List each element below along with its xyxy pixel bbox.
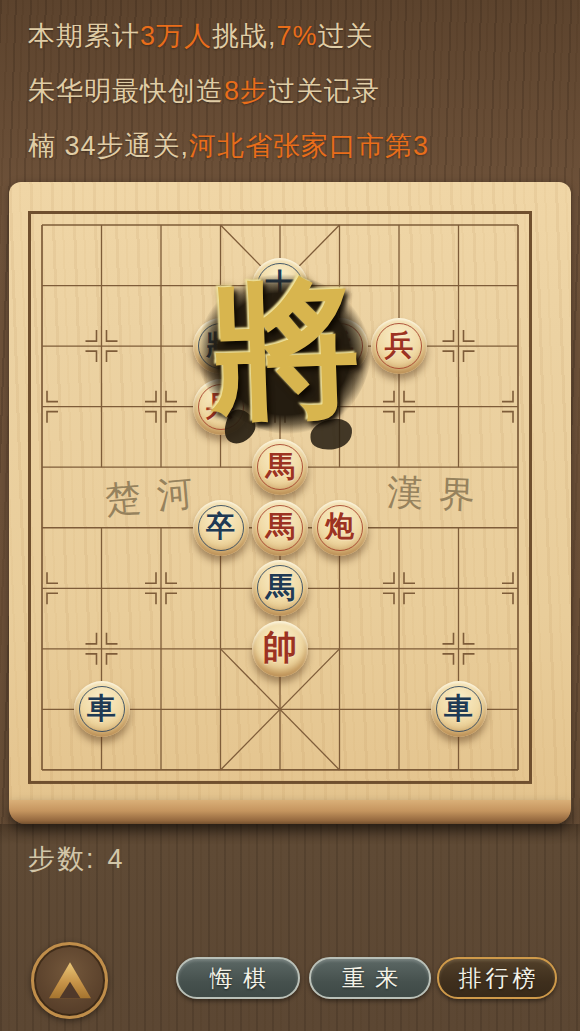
piece-glyph: 兵 — [325, 331, 354, 360]
piece-black-pawn[interactable]: 卒 — [193, 500, 249, 556]
stats-text: 朱华明最快创造 — [28, 76, 224, 106]
piece-glyph: 士 — [266, 270, 295, 299]
piece-glyph: 馬 — [266, 512, 295, 541]
stats-text: 本期累计 — [28, 21, 140, 51]
piece-red-general[interactable]: 帥 — [252, 621, 308, 677]
stats-text: 过关 — [318, 21, 374, 51]
stats-highlight: 7% — [277, 21, 318, 51]
stats-highlight: 河北省张家口市第3 — [189, 131, 429, 161]
piece-black-advisor[interactable]: 士 — [252, 258, 308, 314]
stats-line-1: 本期累计3万人挑战,7%过关 — [28, 18, 374, 54]
stats-header: 本期累计3万人挑战,7%过关 朱华明最快创造8步过关记录 楠 34步通关,河北省… — [0, 0, 580, 182]
piece-glyph: 馬 — [266, 452, 295, 481]
piece-black-general[interactable]: 將 — [193, 318, 249, 374]
stats-highlight: 3万人 — [140, 21, 212, 51]
piece-black-chariot[interactable]: 車 — [74, 681, 130, 737]
piece-glyph: 車 — [444, 694, 473, 723]
piece-glyph: 兵 — [385, 331, 414, 360]
piece-red-pawn[interactable]: 兵 — [193, 379, 249, 435]
piece-black-chariot[interactable]: 車 — [431, 681, 487, 737]
piece-glyph: 馬 — [266, 573, 295, 602]
board-surface[interactable]: 楚河 漢界 士將象兵兵兵馬卒馬炮馬帥車車 將 — [9, 182, 571, 800]
piece-glyph: 象 — [266, 331, 295, 360]
xiangqi-board[interactable]: 楚河 漢界 士將象兵兵兵馬卒馬炮馬帥車車 將 — [9, 182, 571, 824]
piece-glyph: 炮 — [325, 512, 354, 541]
piece-black-horse[interactable]: 馬 — [252, 560, 308, 616]
piece-glyph: 將 — [206, 331, 235, 360]
board-front-edge — [9, 800, 571, 824]
move-counter: 步数:4 — [28, 841, 125, 877]
xiangqi-app: 本期累计3万人挑战,7%过关 朱华明最快创造8步过关记录 楠 34步通关,河北省… — [0, 0, 580, 1031]
stats-line-3: 楠 34步通关,河北省张家口市第3 — [28, 128, 429, 164]
restart-button[interactable]: 重来 — [309, 957, 431, 999]
move-counter-label: 步数: — [28, 844, 96, 874]
piece-red-pawn[interactable]: 兵 — [371, 318, 427, 374]
move-counter-value: 4 — [108, 844, 125, 874]
piece-red-horse[interactable]: 馬 — [252, 500, 308, 556]
stats-text: 楠 34步通关, — [28, 131, 189, 161]
stats-highlight: 8步 — [224, 76, 268, 106]
undo-button[interactable]: 悔棋 — [176, 957, 300, 999]
collapse-button[interactable] — [31, 942, 108, 1019]
up-arrow-icon — [43, 956, 97, 1006]
piece-glyph: 帥 — [263, 631, 297, 665]
piece-glyph: 兵 — [206, 391, 235, 420]
leaderboard-button[interactable]: 排行榜 — [437, 957, 557, 999]
stats-line-2: 朱华明最快创造8步过关记录 — [28, 73, 380, 109]
river-text-right: 漢界 — [386, 468, 492, 521]
piece-black-elephant[interactable]: 象 — [252, 318, 308, 374]
stats-text: 挑战, — [212, 21, 277, 51]
bottom-panel: 步数:4 悔棋 重来 排行榜 — [0, 824, 580, 1031]
piece-red-cannon[interactable]: 炮 — [312, 500, 368, 556]
stats-text: 过关记录 — [268, 76, 380, 106]
piece-red-horse[interactable]: 馬 — [252, 439, 308, 495]
piece-red-pawn[interactable]: 兵 — [312, 318, 368, 374]
piece-glyph: 車 — [87, 694, 116, 723]
piece-glyph: 卒 — [206, 512, 235, 541]
